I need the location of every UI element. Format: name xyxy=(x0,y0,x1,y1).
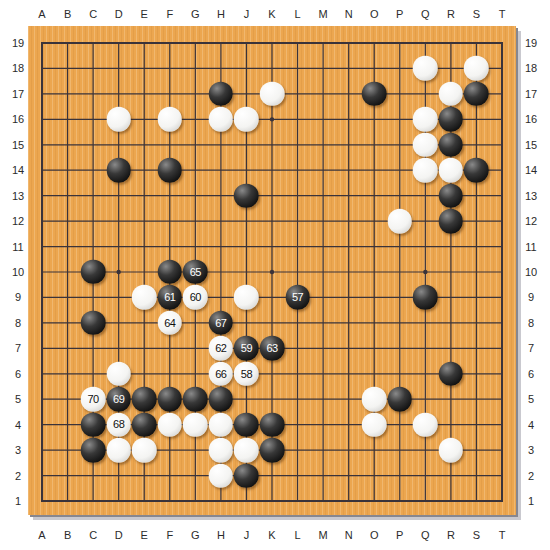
stone-Q14 xyxy=(413,158,438,183)
move-57-stone-L9: 57 xyxy=(285,285,310,310)
stone-K4 xyxy=(260,412,285,437)
stone-H2 xyxy=(209,463,234,488)
col-label-bottom-H: H xyxy=(217,529,225,541)
stone-J9 xyxy=(234,285,259,310)
row-label-right-17: 17 xyxy=(525,88,537,100)
stone-R6 xyxy=(439,362,464,387)
row-label-left-11: 11 xyxy=(12,241,23,253)
stone-R13 xyxy=(439,183,464,208)
go-board[interactable]: 6561605764676259636658706968 xyxy=(28,26,516,515)
stone-O17 xyxy=(362,82,387,107)
row-label-right-19: 19 xyxy=(525,37,537,49)
row-label-right-14: 14 xyxy=(525,164,537,176)
row-label-right-9: 9 xyxy=(528,291,534,303)
star-point-K10 xyxy=(270,270,274,274)
col-label-bottom-F: F xyxy=(166,529,173,541)
stone-O5 xyxy=(362,387,387,412)
row-label-left-9: 9 xyxy=(15,291,21,303)
stone-Q4 xyxy=(413,412,438,437)
col-label-top-A: A xyxy=(38,8,45,20)
move-69-stone-D5: 69 xyxy=(106,387,131,412)
col-label-top-G: G xyxy=(191,8,200,20)
col-label-bottom-Q: Q xyxy=(421,529,430,541)
stone-S18 xyxy=(464,56,489,81)
move-59-stone-J7: 59 xyxy=(234,336,259,361)
row-label-left-17: 17 xyxy=(12,88,24,100)
col-label-bottom-A: A xyxy=(38,529,45,541)
col-label-top-Q: Q xyxy=(421,8,430,20)
stone-J4 xyxy=(234,412,259,437)
col-label-bottom-M: M xyxy=(319,529,328,541)
move-70-stone-C5: 70 xyxy=(81,387,106,412)
move-66-stone-H6: 66 xyxy=(209,362,234,387)
stone-H5 xyxy=(209,387,234,412)
col-label-bottom-C: C xyxy=(89,529,97,541)
stone-R14 xyxy=(439,158,464,183)
col-label-bottom-G: G xyxy=(191,529,200,541)
row-label-right-12: 12 xyxy=(525,215,537,227)
row-label-left-10: 10 xyxy=(12,266,24,278)
move-64-stone-F8: 64 xyxy=(158,311,183,336)
move-60-stone-G9: 60 xyxy=(183,285,208,310)
col-label-top-C: C xyxy=(89,8,97,20)
row-label-left-5: 5 xyxy=(15,393,21,405)
row-label-right-16: 16 xyxy=(525,113,537,125)
col-label-top-L: L xyxy=(294,8,300,20)
stone-D14 xyxy=(106,158,131,183)
stone-H17 xyxy=(209,82,234,107)
row-label-left-6: 6 xyxy=(15,368,21,380)
stone-G4 xyxy=(183,412,208,437)
col-label-bottom-K: K xyxy=(268,529,275,541)
stone-H4 xyxy=(209,412,234,437)
row-label-right-7: 7 xyxy=(528,342,534,354)
stone-E9 xyxy=(132,285,157,310)
col-label-top-E: E xyxy=(141,8,148,20)
row-label-right-18: 18 xyxy=(525,62,537,74)
stone-H3 xyxy=(209,438,234,463)
row-label-left-14: 14 xyxy=(12,164,24,176)
stone-R12 xyxy=(439,209,464,234)
row-label-left-4: 4 xyxy=(15,419,21,431)
col-label-bottom-D: D xyxy=(115,529,123,541)
col-label-top-O: O xyxy=(370,8,379,20)
col-label-top-K: K xyxy=(268,8,275,20)
row-label-right-8: 8 xyxy=(528,317,534,329)
col-label-bottom-E: E xyxy=(141,529,148,541)
stone-R15 xyxy=(439,133,464,158)
col-label-top-F: F xyxy=(166,8,173,20)
stone-S14 xyxy=(464,158,489,183)
stone-C3 xyxy=(81,438,106,463)
row-label-right-5: 5 xyxy=(528,393,534,405)
stone-J2 xyxy=(234,463,259,488)
col-label-bottom-B: B xyxy=(64,529,71,541)
stone-C4 xyxy=(81,412,106,437)
stone-G5 xyxy=(183,387,208,412)
move-67-stone-H8: 67 xyxy=(209,311,234,336)
row-label-right-2: 2 xyxy=(528,470,534,482)
col-label-bottom-P: P xyxy=(396,529,403,541)
stone-J16 xyxy=(234,107,259,132)
stone-C10 xyxy=(81,260,106,285)
star-point-K16 xyxy=(270,117,274,121)
row-label-left-15: 15 xyxy=(12,139,24,151)
col-label-bottom-L: L xyxy=(294,529,300,541)
stone-K3 xyxy=(260,438,285,463)
row-label-left-3: 3 xyxy=(15,444,21,456)
col-label-top-R: R xyxy=(447,8,455,20)
col-label-top-P: P xyxy=(396,8,403,20)
stone-D3 xyxy=(106,438,131,463)
col-label-top-D: D xyxy=(115,8,123,20)
stone-F16 xyxy=(158,107,183,132)
go-game-screenshot: 6561605764676259636658706968 AABBCCDDEEF… xyxy=(0,0,550,550)
stone-K17 xyxy=(260,82,285,107)
stone-E3 xyxy=(132,438,157,463)
row-label-left-12: 12 xyxy=(12,215,24,227)
col-label-top-N: N xyxy=(345,8,353,20)
stone-R3 xyxy=(439,438,464,463)
row-label-right-1: 1 xyxy=(528,495,534,507)
col-label-bottom-R: R xyxy=(447,529,455,541)
stone-Q15 xyxy=(413,133,438,158)
move-58-stone-J6: 58 xyxy=(234,362,259,387)
stone-F14 xyxy=(158,158,183,183)
col-label-top-B: B xyxy=(64,8,71,20)
stone-D16 xyxy=(106,107,131,132)
row-label-left-16: 16 xyxy=(12,113,24,125)
row-label-right-10: 10 xyxy=(525,266,537,278)
row-label-right-11: 11 xyxy=(525,241,536,253)
col-label-top-H: H xyxy=(217,8,225,20)
row-label-left-19: 19 xyxy=(12,37,24,49)
star-point-Q10 xyxy=(423,270,427,274)
row-label-right-6: 6 xyxy=(528,368,534,380)
stone-S17 xyxy=(464,82,489,107)
col-label-bottom-N: N xyxy=(345,529,353,541)
stone-F10 xyxy=(158,260,183,285)
col-label-bottom-T: T xyxy=(499,529,506,541)
stone-R17 xyxy=(439,82,464,107)
move-62-stone-H7: 62 xyxy=(209,336,234,361)
row-label-right-4: 4 xyxy=(528,419,534,431)
col-label-top-J: J xyxy=(244,8,250,20)
row-label-right-3: 3 xyxy=(528,444,534,456)
stone-C8 xyxy=(81,311,106,336)
stone-Q16 xyxy=(413,107,438,132)
star-point-D10 xyxy=(116,270,120,274)
stone-P12 xyxy=(388,209,413,234)
stone-P5 xyxy=(388,387,413,412)
row-label-right-13: 13 xyxy=(525,190,537,202)
move-65-stone-G10: 65 xyxy=(183,260,208,285)
col-label-top-T: T xyxy=(499,8,506,20)
move-68-stone-D4: 68 xyxy=(106,412,131,437)
move-63-stone-K7: 63 xyxy=(260,336,285,361)
col-label-bottom-J: J xyxy=(244,529,250,541)
stone-J13 xyxy=(234,183,259,208)
stone-J3 xyxy=(234,438,259,463)
move-61-stone-F9: 61 xyxy=(158,285,183,310)
stone-E5 xyxy=(132,387,157,412)
row-label-left-1: 1 xyxy=(15,495,21,507)
row-label-left-7: 7 xyxy=(15,342,21,354)
row-label-left-2: 2 xyxy=(15,470,21,482)
stone-F4 xyxy=(158,412,183,437)
stone-R16 xyxy=(439,107,464,132)
stone-O4 xyxy=(362,412,387,437)
col-label-bottom-O: O xyxy=(370,529,379,541)
stone-D6 xyxy=(106,362,131,387)
stone-Q18 xyxy=(413,56,438,81)
row-label-left-8: 8 xyxy=(15,317,21,329)
stone-H16 xyxy=(209,107,234,132)
row-label-left-18: 18 xyxy=(12,62,24,74)
row-label-left-13: 13 xyxy=(12,190,24,202)
stone-E4 xyxy=(132,412,157,437)
stone-F5 xyxy=(158,387,183,412)
stone-Q9 xyxy=(413,285,438,310)
col-label-bottom-S: S xyxy=(473,529,480,541)
col-label-top-S: S xyxy=(473,8,480,20)
col-label-top-M: M xyxy=(319,8,328,20)
row-label-right-15: 15 xyxy=(525,139,537,151)
